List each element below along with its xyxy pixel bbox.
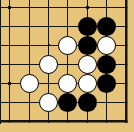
board-cell[interactable] bbox=[78, 112, 97, 131]
board-cell[interactable] bbox=[58, 17, 77, 36]
board-cell[interactable] bbox=[116, 17, 134, 36]
board-cell[interactable] bbox=[20, 55, 39, 74]
white-stone[interactable] bbox=[39, 93, 58, 112]
board-cell[interactable] bbox=[20, 112, 39, 131]
board-cell[interactable] bbox=[97, 55, 116, 74]
board-cell[interactable] bbox=[78, 0, 97, 17]
board-cell[interactable] bbox=[116, 36, 134, 55]
board-cell[interactable] bbox=[116, 74, 134, 93]
black-stone[interactable] bbox=[58, 93, 77, 112]
white-stone[interactable] bbox=[97, 36, 116, 55]
white-stone[interactable] bbox=[78, 74, 97, 93]
board-cell[interactable] bbox=[116, 55, 134, 74]
black-stone[interactable] bbox=[78, 17, 97, 36]
black-stone[interactable] bbox=[97, 17, 116, 36]
board-cell[interactable] bbox=[0, 17, 19, 36]
board-cell[interactable] bbox=[97, 74, 116, 93]
board-cell[interactable] bbox=[39, 0, 58, 17]
white-stone[interactable] bbox=[20, 74, 39, 93]
board-cell[interactable] bbox=[78, 74, 97, 93]
board-cell[interactable] bbox=[97, 112, 116, 131]
board-cell[interactable] bbox=[0, 93, 19, 112]
white-stone[interactable] bbox=[78, 55, 97, 74]
board-cell[interactable] bbox=[39, 17, 58, 36]
board-cell[interactable] bbox=[0, 0, 19, 17]
board-cell[interactable] bbox=[116, 112, 134, 131]
board-cell[interactable] bbox=[20, 93, 39, 112]
board-cell[interactable] bbox=[39, 55, 58, 74]
board-cell[interactable] bbox=[58, 36, 77, 55]
board-cell[interactable] bbox=[97, 17, 116, 36]
board-cell[interactable] bbox=[97, 93, 116, 112]
black-stone[interactable] bbox=[97, 55, 116, 74]
board-cell[interactable] bbox=[39, 93, 58, 112]
board-cell[interactable] bbox=[58, 74, 77, 93]
black-stone[interactable] bbox=[78, 93, 97, 112]
go-board[interactable] bbox=[0, 0, 134, 131]
board-cell[interactable] bbox=[97, 0, 116, 17]
star-point bbox=[8, 82, 11, 85]
board-cell[interactable] bbox=[78, 17, 97, 36]
board-cell[interactable] bbox=[20, 17, 39, 36]
board-cell[interactable] bbox=[20, 0, 39, 17]
board-cell[interactable] bbox=[58, 55, 77, 74]
white-stone[interactable] bbox=[58, 74, 77, 93]
black-stone[interactable] bbox=[97, 74, 116, 93]
board-cell[interactable] bbox=[39, 112, 58, 131]
board-cell[interactable] bbox=[78, 36, 97, 55]
board-cell[interactable] bbox=[58, 112, 77, 131]
star-point bbox=[8, 6, 11, 9]
board-cell[interactable] bbox=[58, 0, 77, 17]
go-diagram bbox=[0, 0, 134, 132]
white-stone[interactable] bbox=[39, 55, 58, 74]
board-cell[interactable] bbox=[116, 93, 134, 112]
board-cell[interactable] bbox=[0, 74, 19, 93]
black-stone[interactable] bbox=[78, 36, 97, 55]
star-point bbox=[48, 44, 50, 46]
board-cell[interactable] bbox=[58, 93, 77, 112]
board-cell[interactable] bbox=[78, 93, 97, 112]
star-point bbox=[86, 6, 89, 9]
board-cell[interactable] bbox=[78, 55, 97, 74]
board-cell[interactable] bbox=[97, 36, 116, 55]
board-cell[interactable] bbox=[39, 74, 58, 93]
board-cell[interactable] bbox=[0, 55, 19, 74]
white-stone[interactable] bbox=[58, 36, 77, 55]
board-cell[interactable] bbox=[0, 112, 19, 131]
board-cell[interactable] bbox=[39, 36, 58, 55]
board-cell[interactable] bbox=[0, 36, 19, 55]
board-cell[interactable] bbox=[20, 36, 39, 55]
board-cell[interactable] bbox=[116, 0, 134, 17]
board-cell[interactable] bbox=[20, 74, 39, 93]
crop-edge-line bbox=[0, 0, 1, 124]
